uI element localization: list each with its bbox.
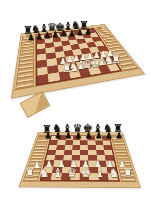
- board-square: [60, 173, 70, 180]
- board-square: [37, 74, 48, 84]
- ornament-band-left: [13, 35, 35, 90]
- product-photo-collage: ♜♞♝♛♚♝♞♜♟♟♟♟♟♟♟♟♟♟♟♟♟♟♟♟♜♞♝♛♚♝♞♜ ♜♞♝♛♚♝♞…: [0, 0, 150, 200]
- board-border-bottom: [19, 181, 139, 187]
- board-squares: [39, 135, 119, 181]
- board-square: [107, 173, 118, 180]
- chess-board-angled: [11, 24, 145, 99]
- photo-front-view[interactable]: ♜♞♝♛♚♝♞♜♟♟♟♟♟♟♟♟♟♟♟♟♟♟♟♟♜♞♝♛♚♝♞♜: [0, 100, 150, 200]
- photo-angled-view[interactable]: ♜♞♝♛♚♝♞♜♟♟♟♟♟♟♟♟♟♟♟♟♟♟♟♟♜♞♝♛♚♝♞♜: [0, 0, 150, 100]
- board-square: [79, 173, 89, 180]
- board-square: [50, 173, 60, 180]
- chess-board-front: [18, 132, 141, 188]
- board-square: [88, 173, 98, 180]
- board-square: [98, 173, 108, 180]
- board-square: [70, 173, 80, 180]
